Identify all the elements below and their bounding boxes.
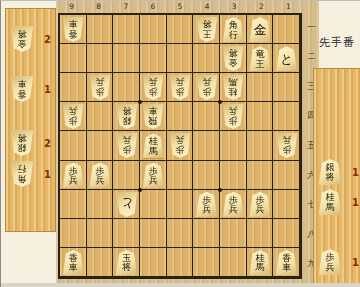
file-label: 6 <box>139 1 166 12</box>
square-5-7[interactable] <box>167 190 194 219</box>
square-5-2[interactable] <box>167 44 194 73</box>
square-5-9[interactable] <box>167 248 194 277</box>
square-8-2[interactable] <box>87 44 114 73</box>
piece-kanji: 歩 <box>282 145 291 155</box>
piece-歩兵-gote[interactable]: 歩兵 <box>276 133 298 158</box>
window-bottom-edge <box>1 283 360 287</box>
piece-銀将-sente[interactable]: 銀将 <box>318 159 342 185</box>
square-8-4[interactable] <box>87 102 114 131</box>
piece-歩兵-gote[interactable]: 歩兵 <box>169 75 191 100</box>
piece-歩兵-gote[interactable]: 歩兵 <box>62 104 84 129</box>
square-8-5[interactable] <box>87 131 114 160</box>
piece-kanji: 王 <box>255 60 264 70</box>
piece-kanji: 歩 <box>202 87 211 97</box>
piece-kanji: 桂 <box>229 87 238 97</box>
piece-歩兵-sente[interactable]: 歩兵 <box>89 163 111 188</box>
piece-kanji: 兵 <box>229 106 238 116</box>
square-5-8[interactable] <box>167 219 194 248</box>
square-3-7[interactable]: 歩兵 <box>220 190 247 219</box>
square-9-9[interactable]: 香車 <box>60 248 87 277</box>
piece-kanji: 歩 <box>229 116 238 126</box>
piece-kanji: 歩 <box>149 87 158 97</box>
file-label: 5 <box>166 1 193 12</box>
capture-count: 1 <box>352 197 360 208</box>
piece-kanji: 歩 <box>95 87 104 97</box>
piece-kanji: 将 <box>122 263 131 273</box>
square-7-1[interactable] <box>113 15 140 44</box>
piece-kanji: 銀 <box>122 116 131 126</box>
square-7-9[interactable]: 玉将 <box>113 248 140 277</box>
square-7-2[interactable] <box>113 44 140 73</box>
piece-kanji: 兵 <box>175 77 184 87</box>
square-1-7[interactable] <box>273 190 300 219</box>
square-6-6[interactable]: 歩兵 <box>140 161 167 190</box>
piece-kanji: 将 <box>18 133 27 143</box>
piece-玉将-sente[interactable]: 玉将 <box>116 250 138 275</box>
piece-kanji: 将 <box>326 173 335 183</box>
piece-kanji: 兵 <box>202 205 211 215</box>
capture-count: 1 <box>44 169 52 180</box>
square-2-3[interactable] <box>247 73 274 102</box>
piece-kanji: 将 <box>229 48 238 58</box>
piece-歩兵-sente[interactable]: 歩兵 <box>142 163 164 188</box>
piece-kanji: 行 <box>229 31 238 41</box>
piece-kanji: 香 <box>69 29 78 39</box>
file-label: 3 <box>221 1 248 12</box>
piece-kanji: 兵 <box>202 77 211 87</box>
capture-count: 2 <box>44 138 52 149</box>
piece-と-gote[interactable]: と <box>116 192 138 217</box>
file-label: 2 <box>248 1 275 12</box>
piece-kanji: 兵 <box>255 205 264 215</box>
square-7-8[interactable] <box>113 219 140 248</box>
piece-kanji: 行 <box>18 164 27 174</box>
square-7-6[interactable] <box>113 161 140 190</box>
square-6-7[interactable] <box>140 190 167 219</box>
square-8-3[interactable]: 歩兵 <box>87 73 114 102</box>
piece-kanji: 兵 <box>149 77 158 87</box>
square-8-1[interactable] <box>87 15 114 44</box>
piece-kanji: 歩 <box>175 145 184 155</box>
piece-kanji: 兵 <box>69 176 78 186</box>
piece-歩兵-gote[interactable]: 歩兵 <box>116 133 138 158</box>
piece-金-sente[interactable]: 金 <box>249 17 271 42</box>
square-6-8[interactable] <box>140 219 167 248</box>
piece-歩兵-sente[interactable]: 歩兵 <box>62 163 84 188</box>
piece-香車-sente[interactable]: 香車 <box>276 250 298 275</box>
piece-kanji: 馬 <box>229 77 238 87</box>
captured-角行[interactable]: 角行1 <box>10 160 52 188</box>
square-4-2[interactable] <box>193 44 220 73</box>
piece-銀将-gote[interactable]: 銀将 <box>10 130 34 156</box>
piece-と-sente[interactable]: と <box>276 46 298 71</box>
file-label: 9 <box>58 1 85 12</box>
piece-桂馬-sente[interactable]: 桂馬 <box>318 189 342 215</box>
square-1-8[interactable] <box>273 219 300 248</box>
piece-角行-gote[interactable]: 角行 <box>10 161 34 187</box>
square-9-5[interactable] <box>60 131 87 160</box>
capture-count: 1 <box>44 84 52 95</box>
square-4-7[interactable]: 歩兵 <box>193 190 220 219</box>
captured-銀将[interactable]: 銀将1 <box>318 158 360 186</box>
piece-竜王-sente[interactable]: 竜王 <box>249 46 271 71</box>
piece-kanji: 将 <box>122 106 131 116</box>
piece-金将-gote[interactable]: 金将 <box>10 26 34 52</box>
captured-桂馬[interactable]: 桂馬1 <box>318 188 360 216</box>
square-9-2[interactable] <box>60 44 87 73</box>
square-5-5[interactable]: 歩兵 <box>167 131 194 160</box>
piece-歩兵-gote[interactable]: 歩兵 <box>196 75 218 100</box>
square-3-8[interactable] <box>220 219 247 248</box>
square-3-4[interactable]: 歩兵 <box>220 102 247 131</box>
piece-kanji: 歩 <box>122 145 131 155</box>
piece-kanji: 歩 <box>175 87 184 97</box>
piece-銀将-gote[interactable]: 銀将 <box>116 104 138 129</box>
piece-歩兵-gote[interactable]: 歩兵 <box>222 104 244 129</box>
piece-歩兵-sente[interactable]: 歩兵 <box>318 249 342 275</box>
shogi-app-window: 金将2香車1銀将2角行1 987654321 一二三四五六七八九 香車王将角行金… <box>0 0 360 287</box>
square-3-1[interactable]: 角行 <box>220 15 247 44</box>
square-1-3[interactable] <box>273 73 300 102</box>
square-1-4[interactable] <box>273 102 300 131</box>
square-9-1[interactable]: 香車 <box>60 15 87 44</box>
square-4-1[interactable]: 王将 <box>193 15 220 44</box>
file-label: 7 <box>112 1 139 12</box>
square-2-9[interactable]: 桂馬 <box>247 248 274 277</box>
captured-歩兵[interactable]: 歩兵1 <box>318 248 360 276</box>
piece-kanji: 兵 <box>282 135 291 145</box>
piece-kanji: 兵 <box>326 263 335 273</box>
square-7-5[interactable]: 歩兵 <box>113 131 140 160</box>
square-1-6[interactable] <box>273 161 300 190</box>
square-6-4[interactable]: 飛車 <box>140 102 167 131</box>
piece-kanji: 銀 <box>18 143 27 153</box>
square-1-9[interactable]: 香車 <box>273 248 300 277</box>
square-6-5[interactable]: 桂馬 <box>140 131 167 160</box>
piece-kanji: 香 <box>18 89 27 99</box>
square-8-9[interactable] <box>87 248 114 277</box>
square-5-4[interactable] <box>167 102 194 131</box>
square-3-5[interactable] <box>220 131 247 160</box>
piece-角行-sente[interactable]: 角行 <box>222 17 244 42</box>
square-6-2[interactable] <box>140 44 167 73</box>
piece-kanji: 車 <box>149 106 158 116</box>
piece-kanji: 将 <box>18 29 27 39</box>
square-1-2[interactable]: と <box>273 44 300 73</box>
piece-kanji: と <box>120 198 133 211</box>
square-1-5[interactable]: 歩兵 <box>273 131 300 160</box>
square-6-9[interactable] <box>140 248 167 277</box>
square-8-7[interactable] <box>87 190 114 219</box>
square-7-7[interactable]: と <box>113 190 140 219</box>
piece-kanji: 兵 <box>95 77 104 87</box>
piece-kanji: 歩 <box>69 116 78 126</box>
captured-銀将[interactable]: 銀将2 <box>10 129 52 157</box>
piece-桂馬-sente[interactable]: 桂馬 <box>249 250 271 275</box>
turn-indicator: 先手番 <box>313 35 360 50</box>
file-label: 4 <box>194 1 221 12</box>
capture-count: 1 <box>352 257 360 268</box>
capture-count: 1 <box>352 167 360 178</box>
piece-歩兵-gote[interactable]: 歩兵 <box>142 75 164 100</box>
square-9-7[interactable] <box>60 190 87 219</box>
piece-kanji: 金 <box>254 23 267 36</box>
board-panel: 987654321 一二三四五六七八九 香車王将角行金金将竜王と歩兵歩兵歩兵歩兵… <box>56 1 319 284</box>
piece-金将-gote[interactable]: 金将 <box>222 46 244 71</box>
square-9-6[interactable]: 歩兵 <box>60 161 87 190</box>
piece-桂馬-gote[interactable]: 桂馬 <box>222 75 244 100</box>
hoshi-dot <box>218 188 222 192</box>
hoshi-dot <box>138 188 142 192</box>
square-6-1[interactable] <box>140 15 167 44</box>
file-labels: 987654321 <box>58 1 302 12</box>
piece-kanji: 王 <box>202 29 211 39</box>
square-5-1[interactable] <box>167 15 194 44</box>
captured-金将[interactable]: 金将2 <box>10 25 52 53</box>
captured-香車[interactable]: 香車1 <box>10 75 52 103</box>
square-2-6[interactable] <box>247 161 274 190</box>
piece-kanji: 車 <box>69 263 78 273</box>
square-7-3[interactable] <box>113 73 140 102</box>
piece-kanji: 金 <box>18 39 27 49</box>
piece-kanji: と <box>280 52 293 65</box>
square-9-4[interactable]: 歩兵 <box>60 102 87 131</box>
square-3-2[interactable]: 金将 <box>220 44 247 73</box>
square-4-8[interactable] <box>193 219 220 248</box>
file-label: 8 <box>85 1 112 12</box>
square-5-3[interactable]: 歩兵 <box>167 73 194 102</box>
square-3-3[interactable]: 桂馬 <box>220 73 247 102</box>
piece-kanji: 兵 <box>95 176 104 186</box>
board-grid: 香車王将角行金金将竜王と歩兵歩兵歩兵歩兵桂馬歩兵銀将飛車歩兵歩兵桂馬歩兵歩兵歩兵… <box>58 13 302 279</box>
gote-captures-tray: 金将2香車1銀将2角行1 <box>5 8 56 232</box>
piece-kanji: 馬 <box>255 263 264 273</box>
piece-歩兵-gote[interactable]: 歩兵 <box>89 75 111 100</box>
piece-飛車-gote[interactable]: 飛車 <box>142 104 164 129</box>
piece-kanji: 兵 <box>69 106 78 116</box>
square-3-6[interactable] <box>220 161 247 190</box>
piece-香車-sente[interactable]: 香車 <box>62 250 84 275</box>
square-7-4[interactable]: 銀将 <box>113 102 140 131</box>
piece-香車-gote[interactable]: 香車 <box>10 76 34 102</box>
square-3-9[interactable] <box>220 248 247 277</box>
file-label: 1 <box>275 1 302 12</box>
capture-count: 2 <box>44 34 52 45</box>
piece-kanji: 車 <box>18 79 27 89</box>
square-2-5[interactable] <box>247 131 274 160</box>
piece-王将-gote[interactable]: 王将 <box>196 17 218 42</box>
piece-kanji: 馬 <box>326 203 335 213</box>
piece-kanji: 車 <box>282 263 291 273</box>
piece-歩兵-sente[interactable]: 歩兵 <box>249 192 271 217</box>
square-8-6[interactable]: 歩兵 <box>87 161 114 190</box>
square-6-3[interactable]: 歩兵 <box>140 73 167 102</box>
sente-captures-tray: 銀将1桂馬1歩兵1 <box>313 68 360 287</box>
piece-kanji: 角 <box>18 174 27 184</box>
square-4-5[interactable] <box>193 131 220 160</box>
square-9-3[interactable] <box>60 73 87 102</box>
square-2-2[interactable]: 竜王 <box>247 44 274 73</box>
piece-kanji: 兵 <box>122 135 131 145</box>
piece-kanji: 兵 <box>149 176 158 186</box>
square-2-1[interactable]: 金 <box>247 15 274 44</box>
square-8-8[interactable] <box>87 219 114 248</box>
piece-桂馬-sente[interactable]: 桂馬 <box>142 133 164 158</box>
piece-kanji: 飛 <box>149 116 158 126</box>
square-4-4[interactable] <box>193 102 220 131</box>
piece-歩兵-sente[interactable]: 歩兵 <box>196 192 218 217</box>
square-5-6[interactable] <box>167 161 194 190</box>
square-4-3[interactable]: 歩兵 <box>193 73 220 102</box>
piece-kanji: 馬 <box>149 147 158 157</box>
square-2-8[interactable] <box>247 219 274 248</box>
square-2-4[interactable] <box>247 102 274 131</box>
piece-kanji: 兵 <box>175 135 184 145</box>
piece-歩兵-gote[interactable]: 歩兵 <box>169 133 191 158</box>
piece-kanji: 車 <box>69 19 78 29</box>
piece-香車-gote[interactable]: 香車 <box>62 17 84 42</box>
square-9-8[interactable] <box>60 219 87 248</box>
square-2-7[interactable]: 歩兵 <box>247 190 274 219</box>
square-1-1[interactable] <box>273 15 300 44</box>
square-4-9[interactable] <box>193 248 220 277</box>
piece-kanji: 将 <box>202 19 211 29</box>
piece-kanji: 兵 <box>229 205 238 215</box>
piece-歩兵-sente[interactable]: 歩兵 <box>222 192 244 217</box>
square-4-6[interactable] <box>193 161 220 190</box>
piece-kanji: 金 <box>229 58 238 68</box>
